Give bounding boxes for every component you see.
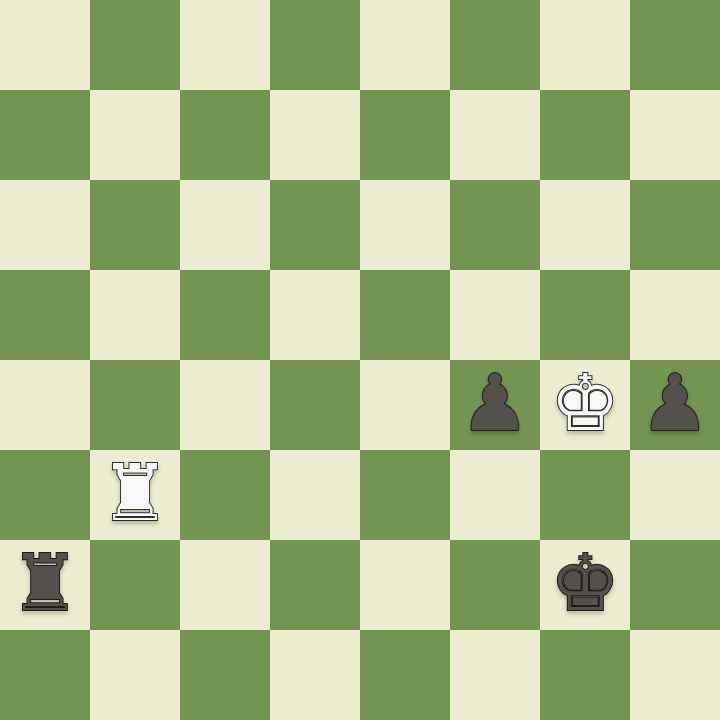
square-c1[interactable] xyxy=(180,630,270,720)
square-c2[interactable] xyxy=(180,540,270,630)
square-b1[interactable] xyxy=(90,630,180,720)
square-g8[interactable] xyxy=(540,0,630,90)
square-a1[interactable] xyxy=(0,630,90,720)
square-f8[interactable] xyxy=(450,0,540,90)
square-a2[interactable]: ♜ xyxy=(0,540,90,630)
square-c6[interactable] xyxy=(180,180,270,270)
square-f2[interactable] xyxy=(450,540,540,630)
square-f1[interactable] xyxy=(450,630,540,720)
white-king-icon[interactable]: ♚ xyxy=(550,358,620,448)
square-d7[interactable] xyxy=(270,90,360,180)
square-h6[interactable] xyxy=(630,180,720,270)
square-a3[interactable] xyxy=(0,450,90,540)
square-g3[interactable] xyxy=(540,450,630,540)
black-rook-icon[interactable]: ♜ xyxy=(10,538,80,628)
square-d5[interactable] xyxy=(270,270,360,360)
square-b7[interactable] xyxy=(90,90,180,180)
square-e8[interactable] xyxy=(360,0,450,90)
square-c7[interactable] xyxy=(180,90,270,180)
square-f3[interactable] xyxy=(450,450,540,540)
square-h1[interactable] xyxy=(630,630,720,720)
square-a5[interactable] xyxy=(0,270,90,360)
square-d6[interactable] xyxy=(270,180,360,270)
square-g5[interactable] xyxy=(540,270,630,360)
square-b6[interactable] xyxy=(90,180,180,270)
white-rook-icon[interactable]: ♜ xyxy=(100,448,170,538)
chess-board: ♟♚♟♜♜♚ xyxy=(0,0,720,720)
square-h8[interactable] xyxy=(630,0,720,90)
square-c4[interactable] xyxy=(180,360,270,450)
square-b2[interactable] xyxy=(90,540,180,630)
square-d2[interactable] xyxy=(270,540,360,630)
square-e7[interactable] xyxy=(360,90,450,180)
square-h5[interactable] xyxy=(630,270,720,360)
square-e3[interactable] xyxy=(360,450,450,540)
square-g4[interactable]: ♚ xyxy=(540,360,630,450)
square-e4[interactable] xyxy=(360,360,450,450)
square-a6[interactable] xyxy=(0,180,90,270)
square-e1[interactable] xyxy=(360,630,450,720)
black-king-icon[interactable]: ♚ xyxy=(550,538,620,628)
square-a7[interactable] xyxy=(0,90,90,180)
square-c3[interactable] xyxy=(180,450,270,540)
square-e6[interactable] xyxy=(360,180,450,270)
square-c5[interactable] xyxy=(180,270,270,360)
square-h7[interactable] xyxy=(630,90,720,180)
square-e2[interactable] xyxy=(360,540,450,630)
square-f5[interactable] xyxy=(450,270,540,360)
square-h2[interactable] xyxy=(630,540,720,630)
square-g2[interactable]: ♚ xyxy=(540,540,630,630)
square-c8[interactable] xyxy=(180,0,270,90)
square-d1[interactable] xyxy=(270,630,360,720)
square-e5[interactable] xyxy=(360,270,450,360)
square-b8[interactable] xyxy=(90,0,180,90)
square-f7[interactable] xyxy=(450,90,540,180)
square-b5[interactable] xyxy=(90,270,180,360)
square-f4[interactable]: ♟ xyxy=(450,360,540,450)
square-h3[interactable] xyxy=(630,450,720,540)
square-d4[interactable] xyxy=(270,360,360,450)
square-b4[interactable] xyxy=(90,360,180,450)
square-g1[interactable] xyxy=(540,630,630,720)
square-h4[interactable]: ♟ xyxy=(630,360,720,450)
square-a4[interactable] xyxy=(0,360,90,450)
square-b3[interactable]: ♜ xyxy=(90,450,180,540)
square-g6[interactable] xyxy=(540,180,630,270)
black-pawn-icon[interactable]: ♟ xyxy=(460,358,530,448)
square-d8[interactable] xyxy=(270,0,360,90)
square-d3[interactable] xyxy=(270,450,360,540)
square-g7[interactable] xyxy=(540,90,630,180)
square-a8[interactable] xyxy=(0,0,90,90)
black-pawn-icon[interactable]: ♟ xyxy=(640,358,710,448)
square-f6[interactable] xyxy=(450,180,540,270)
